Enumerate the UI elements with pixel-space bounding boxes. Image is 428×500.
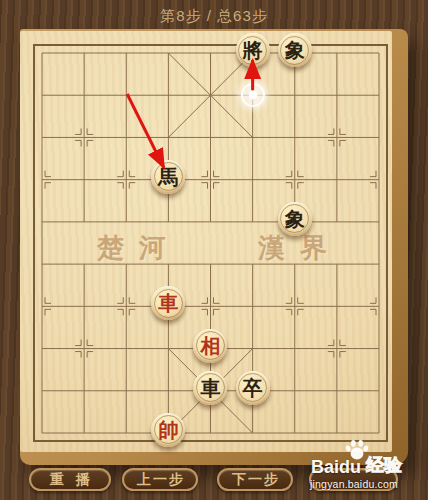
- piece-red-elephant: 相: [193, 329, 227, 363]
- piece-black-chariot: 車: [193, 371, 227, 405]
- piece-character: 車: [200, 378, 220, 398]
- piece-red-chariot: 車: [151, 286, 185, 320]
- extra-button-label-obscured[interactable]: [309, 468, 398, 491]
- piece-character: 車: [158, 293, 178, 313]
- next-step-button[interactable]: 下一步: [217, 468, 293, 491]
- piece-character: 象: [285, 40, 305, 60]
- piece-black-elephant-river: 象: [278, 202, 312, 236]
- piece-black-general: 將: [236, 33, 270, 67]
- previous-step-button[interactable]: 上一步: [122, 468, 198, 491]
- piece-character: 馬: [158, 167, 178, 187]
- piece-black-horse: 馬: [151, 160, 185, 194]
- piece-character: 將: [243, 40, 263, 60]
- piece-character: 卒: [243, 378, 263, 398]
- replay-button[interactable]: 重播: [29, 468, 111, 491]
- piece-character: 帥: [158, 420, 178, 440]
- step-counter: 第8步 / 总63步: [0, 7, 428, 26]
- piece-black-elephant-right: 象: [278, 33, 312, 67]
- piece-character: 相: [200, 336, 220, 356]
- piece-red-general: 帥: [151, 413, 185, 447]
- piece-character: 象: [285, 209, 305, 229]
- pieces-grid: 將象馬象車相車卒帥: [21, 32, 400, 454]
- move-origin-glow-marker: [241, 83, 265, 107]
- piece-black-pawn: 卒: [236, 371, 270, 405]
- xiangqi-replay-screen: 第8步 / 总63步 楚河 漢界 將象馬象車相車卒帥 重播 上一步 下一步 Ba…: [0, 0, 428, 500]
